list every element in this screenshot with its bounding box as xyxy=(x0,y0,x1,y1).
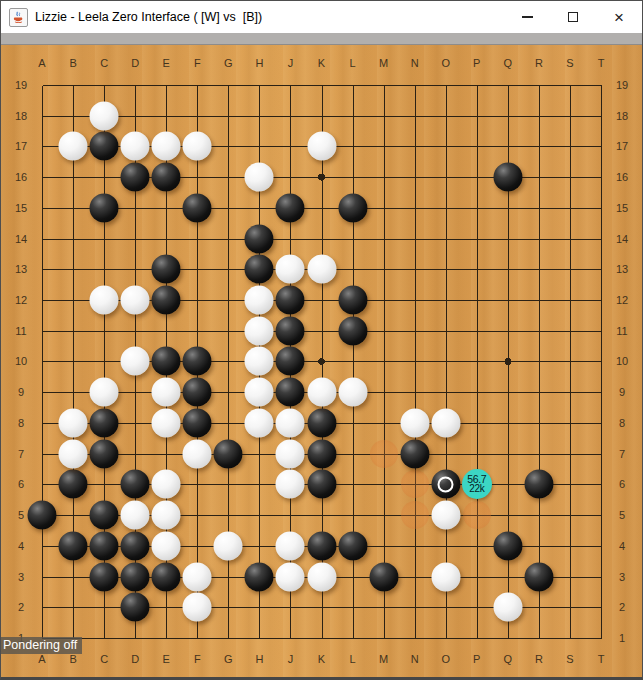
coord-label-top: Q xyxy=(504,57,513,69)
pondering-status: Pondering off xyxy=(1,637,82,654)
white-stone[interactable] xyxy=(152,531,181,560)
black-stone[interactable] xyxy=(276,286,305,315)
coord-label-bottom: D xyxy=(131,653,139,665)
coord-label-bottom: O xyxy=(441,653,450,665)
black-stone[interactable] xyxy=(245,255,274,284)
coord-label-top: D xyxy=(131,57,139,69)
java-coffee-icon xyxy=(12,11,25,24)
coord-label-left: 16 xyxy=(15,171,27,183)
coord-label-left: 6 xyxy=(18,478,24,490)
white-stone[interactable] xyxy=(276,408,305,437)
black-stone[interactable] xyxy=(152,347,181,376)
black-stone[interactable] xyxy=(183,193,212,222)
white-stone[interactable] xyxy=(400,408,429,437)
maximize-button[interactable] xyxy=(550,1,596,33)
black-stone[interactable] xyxy=(90,531,119,560)
black-stone[interactable] xyxy=(152,562,181,591)
white-stone[interactable] xyxy=(183,132,212,161)
white-stone[interactable] xyxy=(152,501,181,530)
coord-label-right: 9 xyxy=(619,386,625,398)
black-stone[interactable] xyxy=(90,439,119,468)
coord-label-left: 14 xyxy=(15,233,27,245)
white-stone[interactable] xyxy=(121,286,150,315)
white-stone[interactable] xyxy=(245,408,274,437)
black-stone[interactable] xyxy=(276,316,305,345)
black-stone[interactable] xyxy=(90,193,119,222)
black-stone[interactable] xyxy=(338,316,367,345)
coord-label-top: O xyxy=(441,57,450,69)
black-stone[interactable] xyxy=(28,501,57,530)
coord-label-right: 15 xyxy=(616,202,628,214)
star-point xyxy=(318,358,325,365)
white-stone[interactable] xyxy=(276,470,305,499)
coord-label-top: L xyxy=(349,57,355,69)
title-bar: Lizzie - Leela Zero Interface ( [W] vs [… xyxy=(1,1,642,33)
coord-label-bottom: G xyxy=(224,653,233,665)
black-stone[interactable] xyxy=(121,470,150,499)
black-stone[interactable] xyxy=(524,562,553,591)
black-stone[interactable] xyxy=(276,193,305,222)
black-stone[interactable] xyxy=(183,347,212,376)
white-stone[interactable] xyxy=(183,562,212,591)
coord-label-bottom: T xyxy=(598,653,605,665)
white-stone[interactable] xyxy=(59,408,88,437)
black-stone[interactable] xyxy=(152,163,181,192)
white-stone[interactable] xyxy=(214,531,243,560)
black-stone[interactable] xyxy=(90,562,119,591)
coord-label-left: 17 xyxy=(15,140,27,152)
white-stone[interactable] xyxy=(152,470,181,499)
candidate-move-circle[interactable] xyxy=(370,440,398,468)
black-stone[interactable] xyxy=(400,439,429,468)
white-stone[interactable] xyxy=(493,593,522,622)
lizzie-window: Lizzie - Leela Zero Interface ( [W] vs [… xyxy=(0,0,643,680)
coord-label-right: 16 xyxy=(616,171,628,183)
black-stone[interactable] xyxy=(245,224,274,253)
coord-label-top: G xyxy=(224,57,233,69)
coord-label-top: R xyxy=(535,57,543,69)
black-stone[interactable] xyxy=(338,286,367,315)
white-stone[interactable] xyxy=(152,408,181,437)
window-title: Lizzie - Leela Zero Interface ( [W] vs [… xyxy=(35,10,504,24)
coord-label-left: 15 xyxy=(15,202,27,214)
white-stone[interactable] xyxy=(338,378,367,407)
black-stone[interactable] xyxy=(245,562,274,591)
black-stone[interactable] xyxy=(121,531,150,560)
coord-label-bottom: B xyxy=(69,653,76,665)
coord-label-left: 19 xyxy=(15,79,27,91)
coord-label-right: 1 xyxy=(619,632,625,644)
coord-label-top: K xyxy=(318,57,325,69)
coord-label-top: E xyxy=(163,57,170,69)
white-stone[interactable] xyxy=(245,378,274,407)
coord-label-right: 19 xyxy=(616,79,628,91)
coord-label-left: 4 xyxy=(18,540,24,552)
coord-label-bottom: E xyxy=(163,653,170,665)
coord-label-left: 12 xyxy=(15,294,27,306)
coord-label-top: J xyxy=(288,57,294,69)
white-stone[interactable] xyxy=(245,316,274,345)
coord-label-bottom: J xyxy=(288,653,294,665)
white-stone[interactable] xyxy=(90,101,119,130)
coord-label-right: 5 xyxy=(619,509,625,521)
close-icon: × xyxy=(614,9,624,26)
minimize-button[interactable] xyxy=(504,1,550,33)
coord-label-right: 2 xyxy=(619,601,625,613)
coord-label-bottom: K xyxy=(318,653,325,665)
coord-label-left: 13 xyxy=(15,263,27,275)
coord-label-bottom: R xyxy=(535,653,543,665)
black-stone[interactable] xyxy=(121,562,150,591)
coord-label-top: H xyxy=(255,57,263,69)
black-stone[interactable] xyxy=(90,501,119,530)
coord-label-left: 10 xyxy=(15,355,27,367)
black-stone[interactable] xyxy=(59,470,88,499)
white-stone[interactable] xyxy=(59,132,88,161)
coord-label-top: N xyxy=(411,57,419,69)
coord-label-bottom: Q xyxy=(504,653,513,665)
black-stone[interactable] xyxy=(152,255,181,284)
coord-label-right: 18 xyxy=(616,110,628,122)
white-stone[interactable] xyxy=(276,439,305,468)
coord-label-top: B xyxy=(69,57,76,69)
black-stone[interactable] xyxy=(121,593,150,622)
coord-label-right: 7 xyxy=(619,448,625,460)
white-stone[interactable] xyxy=(121,347,150,376)
white-stone[interactable] xyxy=(183,439,212,468)
white-stone[interactable] xyxy=(245,347,274,376)
coord-label-right: 10 xyxy=(616,355,628,367)
black-stone[interactable] xyxy=(90,132,119,161)
coord-label-bottom: C xyxy=(100,653,108,665)
coord-label-left: 8 xyxy=(18,417,24,429)
black-stone[interactable] xyxy=(152,286,181,315)
white-stone[interactable] xyxy=(431,562,460,591)
white-stone[interactable] xyxy=(90,286,119,315)
white-stone[interactable] xyxy=(307,255,336,284)
coord-label-left: 11 xyxy=(15,325,26,337)
white-stone[interactable] xyxy=(245,286,274,315)
white-stone[interactable] xyxy=(152,132,181,161)
coord-label-left: 7 xyxy=(18,448,24,460)
last-move-marker xyxy=(438,476,454,492)
coord-label-bottom: A xyxy=(38,653,45,665)
coord-label-left: 3 xyxy=(18,571,24,583)
best-move-visits: 22k xyxy=(469,484,484,494)
black-stone[interactable] xyxy=(307,470,336,499)
white-stone[interactable] xyxy=(431,408,460,437)
minimize-icon xyxy=(522,16,533,18)
black-stone[interactable] xyxy=(90,408,119,437)
coord-label-right: 4 xyxy=(619,540,625,552)
coord-label-bottom: H xyxy=(255,653,263,665)
coord-label-top: S xyxy=(566,57,573,69)
best-move-suggestion[interactable]: 56.7 22k xyxy=(462,469,492,499)
coord-label-left: 18 xyxy=(15,110,27,122)
black-stone[interactable] xyxy=(183,378,212,407)
black-stone[interactable] xyxy=(493,163,522,192)
coord-label-right: 17 xyxy=(616,140,628,152)
black-stone[interactable] xyxy=(183,408,212,437)
black-stone[interactable] xyxy=(307,408,336,437)
black-stone[interactable] xyxy=(369,562,398,591)
candidate-move-circle[interactable] xyxy=(401,470,429,498)
black-stone[interactable] xyxy=(493,531,522,560)
white-stone[interactable] xyxy=(307,378,336,407)
white-stone[interactable] xyxy=(121,132,150,161)
coord-label-left: 5 xyxy=(18,509,24,521)
coord-label-bottom: S xyxy=(566,653,573,665)
candidate-move-circle[interactable] xyxy=(463,501,491,529)
coord-label-right: 6 xyxy=(619,478,625,490)
black-stone[interactable] xyxy=(276,378,305,407)
white-stone[interactable] xyxy=(276,562,305,591)
white-stone[interactable] xyxy=(276,531,305,560)
coord-label-right: 8 xyxy=(619,417,625,429)
coord-label-bottom: P xyxy=(473,653,480,665)
coord-label-left: 9 xyxy=(18,386,24,398)
black-stone[interactable] xyxy=(431,470,460,499)
white-stone[interactable] xyxy=(431,501,460,530)
white-stone[interactable] xyxy=(121,501,150,530)
coord-label-top: F xyxy=(194,57,201,69)
white-stone[interactable] xyxy=(245,163,274,192)
go-board[interactable]: AABBCCDDEEFFGGHHJJKKLLMMNNOOPPQQRRSSTT19… xyxy=(1,44,642,678)
close-button[interactable]: × xyxy=(596,1,642,33)
black-stone[interactable] xyxy=(121,163,150,192)
white-stone[interactable] xyxy=(307,132,336,161)
black-stone[interactable] xyxy=(307,531,336,560)
coord-label-right: 12 xyxy=(616,294,628,306)
black-stone[interactable] xyxy=(214,439,243,468)
black-stone[interactable] xyxy=(338,193,367,222)
star-point xyxy=(318,174,325,181)
black-stone[interactable] xyxy=(59,531,88,560)
coord-label-top: T xyxy=(598,57,605,69)
coord-label-right: 3 xyxy=(619,571,625,583)
maximize-icon xyxy=(568,12,578,22)
white-stone[interactable] xyxy=(276,255,305,284)
white-stone[interactable] xyxy=(183,593,212,622)
window-subbar xyxy=(1,33,642,45)
black-stone[interactable] xyxy=(524,470,553,499)
coord-label-left: 2 xyxy=(18,601,24,613)
coord-label-top: C xyxy=(100,57,108,69)
java-app-icon xyxy=(9,8,28,27)
coord-label-right: 11 xyxy=(616,325,627,337)
black-stone[interactable] xyxy=(276,347,305,376)
coord-label-top: A xyxy=(38,57,45,69)
white-stone[interactable] xyxy=(90,378,119,407)
coord-label-right: 13 xyxy=(616,263,628,275)
coord-label-bottom: N xyxy=(411,653,419,665)
coord-label-right: 14 xyxy=(616,233,628,245)
coord-label-bottom: L xyxy=(349,653,355,665)
coord-label-top: P xyxy=(473,57,480,69)
star-point xyxy=(504,358,511,365)
coord-label-top: M xyxy=(379,57,388,69)
white-stone[interactable] xyxy=(307,562,336,591)
candidate-move-circle[interactable] xyxy=(401,501,429,529)
coord-label-bottom: F xyxy=(194,653,201,665)
black-stone[interactable] xyxy=(307,439,336,468)
white-stone[interactable] xyxy=(59,439,88,468)
coord-label-bottom: M xyxy=(379,653,388,665)
black-stone[interactable] xyxy=(338,531,367,560)
white-stone[interactable] xyxy=(152,378,181,407)
